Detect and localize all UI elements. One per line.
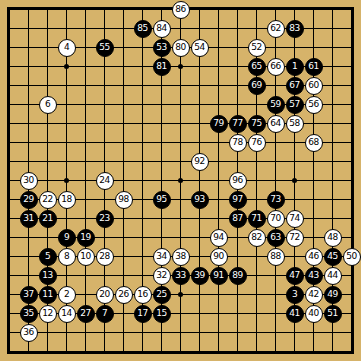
stone-C5[interactable]: 13 [39, 267, 57, 285]
stone-S3[interactable]: 51 [324, 305, 342, 323]
stone-H3[interactable]: 17 [134, 305, 152, 323]
stone-G9[interactable]: 98 [115, 191, 133, 209]
stone-B9[interactable]: 29 [20, 191, 38, 209]
stone-S5[interactable]: 44 [324, 267, 342, 285]
stone-D9[interactable]: 18 [58, 191, 76, 209]
stone-N5[interactable]: 89 [229, 267, 247, 285]
stone-K19[interactable]: 86 [172, 1, 190, 19]
stone-J18[interactable]: 84 [153, 20, 171, 38]
stone-P9[interactable]: 73 [267, 191, 285, 209]
stone-N8[interactable]: 87 [229, 210, 247, 228]
stone-O16[interactable]: 65 [248, 58, 266, 76]
stone-C4[interactable]: 11 [39, 286, 57, 304]
star-point [64, 178, 69, 183]
stone-D4[interactable]: 2 [58, 286, 76, 304]
stone-J5[interactable]: 32 [153, 267, 171, 285]
stone-Q16[interactable]: 1 [286, 58, 304, 76]
stone-J4[interactable]: 25 [153, 286, 171, 304]
stone-J9[interactable]: 95 [153, 191, 171, 209]
stone-M7[interactable]: 94 [210, 229, 228, 247]
stone-J6[interactable]: 34 [153, 248, 171, 266]
stone-C3[interactable]: 12 [39, 305, 57, 323]
star-point [178, 178, 183, 183]
stone-M6[interactable]: 90 [210, 248, 228, 266]
stone-Q14[interactable]: 57 [286, 96, 304, 114]
goban-grid[interactable]: 1234567891011121314151617181920212223242… [0, 0, 361, 361]
star-point [292, 178, 297, 183]
stone-D17[interactable]: 4 [58, 39, 76, 57]
stone-Q7[interactable]: 72 [286, 229, 304, 247]
stone-F8[interactable]: 23 [96, 210, 114, 228]
stone-C9[interactable]: 22 [39, 191, 57, 209]
stone-O12[interactable]: 76 [248, 134, 266, 152]
stone-O13[interactable]: 75 [248, 115, 266, 133]
stone-F10[interactable]: 24 [96, 172, 114, 190]
stone-P6[interactable]: 88 [267, 248, 285, 266]
stone-C6[interactable]: 5 [39, 248, 57, 266]
stone-C14[interactable]: 6 [39, 96, 57, 114]
stone-N10[interactable]: 96 [229, 172, 247, 190]
stone-Q15[interactable]: 67 [286, 77, 304, 95]
stone-D6[interactable]: 8 [58, 248, 76, 266]
stone-S4[interactable]: 49 [324, 286, 342, 304]
stone-H4[interactable]: 16 [134, 286, 152, 304]
stone-R4[interactable]: 42 [305, 286, 323, 304]
star-point [178, 292, 183, 297]
stone-M13[interactable]: 79 [210, 115, 228, 133]
stone-R5[interactable]: 43 [305, 267, 323, 285]
stone-Q8[interactable]: 74 [286, 210, 304, 228]
stone-E6[interactable]: 10 [77, 248, 95, 266]
stone-P8[interactable]: 70 [267, 210, 285, 228]
stone-M5[interactable]: 91 [210, 267, 228, 285]
stone-B3[interactable]: 35 [20, 305, 38, 323]
stone-J16[interactable]: 81 [153, 58, 171, 76]
stone-O8[interactable]: 71 [248, 210, 266, 228]
stone-T6[interactable]: 50 [343, 248, 361, 266]
stone-B10[interactable]: 30 [20, 172, 38, 190]
stone-F17[interactable]: 55 [96, 39, 114, 57]
stone-E3[interactable]: 27 [77, 305, 95, 323]
star-point [178, 64, 183, 69]
stone-H18[interactable]: 85 [134, 20, 152, 38]
stone-O7[interactable]: 82 [248, 229, 266, 247]
stone-R14[interactable]: 56 [305, 96, 323, 114]
stone-R15[interactable]: 60 [305, 77, 323, 95]
stone-P14[interactable]: 59 [267, 96, 285, 114]
stone-R6[interactable]: 46 [305, 248, 323, 266]
stone-B2[interactable]: 36 [20, 324, 38, 342]
stone-Q13[interactable]: 58 [286, 115, 304, 133]
stone-P18[interactable]: 62 [267, 20, 285, 38]
stone-K6[interactable]: 38 [172, 248, 190, 266]
stone-R16[interactable]: 61 [305, 58, 323, 76]
stone-N9[interactable]: 97 [229, 191, 247, 209]
go-board-diagram: 1234567891011121314151617181920212223242… [0, 0, 361, 361]
stone-Q18[interactable]: 83 [286, 20, 304, 38]
stone-J17[interactable]: 53 [153, 39, 171, 57]
stone-Q4[interactable]: 3 [286, 286, 304, 304]
stone-K17[interactable]: 80 [172, 39, 190, 57]
stone-J3[interactable]: 15 [153, 305, 171, 323]
stone-R12[interactable]: 68 [305, 134, 323, 152]
stone-O17[interactable]: 52 [248, 39, 266, 57]
stone-N12[interactable]: 78 [229, 134, 247, 152]
stone-E7[interactable]: 19 [77, 229, 95, 247]
stone-R3[interactable]: 40 [305, 305, 323, 323]
stone-B4[interactable]: 37 [20, 286, 38, 304]
stone-D3[interactable]: 14 [58, 305, 76, 323]
star-point [64, 64, 69, 69]
stone-F6[interactable]: 28 [96, 248, 114, 266]
stone-S7[interactable]: 48 [324, 229, 342, 247]
stone-P7[interactable]: 63 [267, 229, 285, 247]
stone-G4[interactable]: 26 [115, 286, 133, 304]
stone-N13[interactable]: 77 [229, 115, 247, 133]
stone-Q3[interactable]: 41 [286, 305, 304, 323]
stone-K5[interactable]: 33 [172, 267, 190, 285]
stone-D7[interactable]: 9 [58, 229, 76, 247]
stone-B8[interactable]: 31 [20, 210, 38, 228]
stone-L9[interactable]: 93 [191, 191, 209, 209]
stone-F4[interactable]: 20 [96, 286, 114, 304]
stone-L11[interactable]: 92 [191, 153, 209, 171]
stone-F3[interactable]: 7 [96, 305, 114, 323]
stone-Q5[interactable]: 47 [286, 267, 304, 285]
stone-O15[interactable]: 69 [248, 77, 266, 95]
stone-P13[interactable]: 64 [267, 115, 285, 133]
stone-L17[interactable]: 54 [191, 39, 209, 57]
stone-L5[interactable]: 39 [191, 267, 209, 285]
stone-C8[interactable]: 21 [39, 210, 57, 228]
stone-P16[interactable]: 66 [267, 58, 285, 76]
stone-S6[interactable]: 45 [324, 248, 342, 266]
